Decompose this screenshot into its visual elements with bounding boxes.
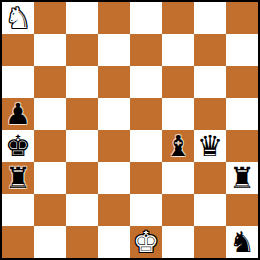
square-e4[interactable] xyxy=(130,130,162,162)
square-e8[interactable] xyxy=(130,2,162,34)
square-d3[interactable] xyxy=(98,162,130,194)
square-f8[interactable] xyxy=(162,2,194,34)
square-h8[interactable] xyxy=(226,2,258,34)
square-d5[interactable] xyxy=(98,98,130,130)
square-c4[interactable] xyxy=(66,130,98,162)
black-rook[interactable]: ♜ xyxy=(2,162,34,194)
square-f2[interactable] xyxy=(162,194,194,226)
white-king[interactable]: ♚ xyxy=(130,226,162,258)
square-d1[interactable] xyxy=(98,226,130,258)
square-f5[interactable] xyxy=(162,98,194,130)
square-b1[interactable] xyxy=(34,226,66,258)
square-e2[interactable] xyxy=(130,194,162,226)
black-king[interactable]: ♚ xyxy=(2,130,34,162)
black-knight[interactable]: ♞ xyxy=(226,226,258,258)
square-g1[interactable] xyxy=(194,226,226,258)
square-h3[interactable]: ♜ xyxy=(226,162,258,194)
square-b6[interactable] xyxy=(34,66,66,98)
black-pawn[interactable]: ♟ xyxy=(2,98,34,130)
square-a7[interactable] xyxy=(2,34,34,66)
square-h4[interactable] xyxy=(226,130,258,162)
square-c3[interactable] xyxy=(66,162,98,194)
square-c7[interactable] xyxy=(66,34,98,66)
board-frame: ♞♟♚♝♛♜♜♚♞ xyxy=(0,0,260,260)
square-c5[interactable] xyxy=(66,98,98,130)
square-e7[interactable] xyxy=(130,34,162,66)
chess-board: ♞♟♚♝♛♜♜♚♞ xyxy=(2,2,258,258)
square-g2[interactable] xyxy=(194,194,226,226)
square-a3[interactable]: ♜ xyxy=(2,162,34,194)
square-d7[interactable] xyxy=(98,34,130,66)
square-f6[interactable] xyxy=(162,66,194,98)
square-f4[interactable]: ♝ xyxy=(162,130,194,162)
square-f7[interactable] xyxy=(162,34,194,66)
square-d6[interactable] xyxy=(98,66,130,98)
square-g5[interactable] xyxy=(194,98,226,130)
square-d8[interactable] xyxy=(98,2,130,34)
square-e1[interactable]: ♚ xyxy=(130,226,162,258)
square-g4[interactable]: ♛ xyxy=(194,130,226,162)
square-f3[interactable] xyxy=(162,162,194,194)
square-a1[interactable] xyxy=(2,226,34,258)
black-queen[interactable]: ♛ xyxy=(194,130,226,162)
square-c1[interactable] xyxy=(66,226,98,258)
square-c6[interactable] xyxy=(66,66,98,98)
square-h7[interactable] xyxy=(226,34,258,66)
square-h2[interactable] xyxy=(226,194,258,226)
square-a4[interactable]: ♚ xyxy=(2,130,34,162)
square-a8[interactable]: ♞ xyxy=(2,2,34,34)
black-bishop[interactable]: ♝ xyxy=(162,130,194,162)
square-h1[interactable]: ♞ xyxy=(226,226,258,258)
square-h5[interactable] xyxy=(226,98,258,130)
square-b8[interactable] xyxy=(34,2,66,34)
square-e5[interactable] xyxy=(130,98,162,130)
square-b7[interactable] xyxy=(34,34,66,66)
square-a6[interactable] xyxy=(2,66,34,98)
square-g6[interactable] xyxy=(194,66,226,98)
square-a5[interactable]: ♟ xyxy=(2,98,34,130)
square-g3[interactable] xyxy=(194,162,226,194)
square-b5[interactable] xyxy=(34,98,66,130)
square-g7[interactable] xyxy=(194,34,226,66)
square-a2[interactable] xyxy=(2,194,34,226)
square-h6[interactable] xyxy=(226,66,258,98)
black-rook[interactable]: ♜ xyxy=(226,162,258,194)
square-c8[interactable] xyxy=(66,2,98,34)
square-c2[interactable] xyxy=(66,194,98,226)
square-f1[interactable] xyxy=(162,226,194,258)
square-g8[interactable] xyxy=(194,2,226,34)
square-d4[interactable] xyxy=(98,130,130,162)
square-e3[interactable] xyxy=(130,162,162,194)
white-knight[interactable]: ♞ xyxy=(2,2,34,34)
square-b4[interactable] xyxy=(34,130,66,162)
square-b3[interactable] xyxy=(34,162,66,194)
square-d2[interactable] xyxy=(98,194,130,226)
square-b2[interactable] xyxy=(34,194,66,226)
square-e6[interactable] xyxy=(130,66,162,98)
